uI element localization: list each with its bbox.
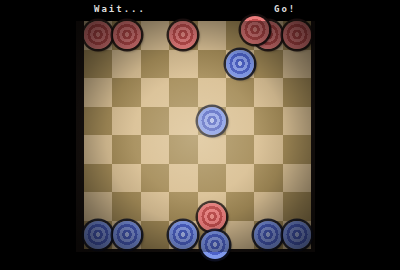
- board-square[interactable]: [254, 192, 282, 221]
- board-square[interactable]: [84, 135, 112, 164]
- board-square[interactable]: [84, 164, 112, 193]
- board-square[interactable]: [112, 164, 140, 193]
- board-square[interactable]: [198, 78, 226, 107]
- status-go-text: Go!: [274, 4, 296, 14]
- board-square[interactable]: [141, 50, 169, 79]
- board-square[interactable]: [169, 107, 197, 136]
- blue-piece[interactable]: [201, 231, 229, 259]
- board-square[interactable]: [226, 135, 254, 164]
- board-square[interactable]: [254, 50, 282, 79]
- board-square[interactable]: [226, 164, 254, 193]
- board-square[interactable]: [198, 21, 226, 50]
- blue-piece[interactable]: [254, 221, 282, 249]
- board-square[interactable]: [254, 78, 282, 107]
- board-square[interactable]: [141, 107, 169, 136]
- game-stage: Wait... Go!: [0, 0, 400, 270]
- status-wait-text: Wait...: [94, 4, 146, 14]
- board-square[interactable]: [169, 164, 197, 193]
- board-square[interactable]: [141, 78, 169, 107]
- board-square[interactable]: [198, 135, 226, 164]
- board-square[interactable]: [141, 21, 169, 50]
- blue-piece[interactable]: [226, 50, 254, 78]
- blue-piece[interactable]: [169, 221, 197, 249]
- board-square[interactable]: [112, 78, 140, 107]
- board-square[interactable]: [84, 50, 112, 79]
- red-piece[interactable]: [113, 21, 141, 49]
- board-square[interactable]: [169, 78, 197, 107]
- board-square[interactable]: [112, 50, 140, 79]
- board-square[interactable]: [169, 50, 197, 79]
- red-piece[interactable]: [241, 16, 269, 44]
- board-square[interactable]: [169, 192, 197, 221]
- blue-piece[interactable]: [84, 221, 112, 249]
- board-square[interactable]: [226, 221, 254, 250]
- board-square[interactable]: [283, 107, 311, 136]
- blue-piece[interactable]: [283, 221, 311, 249]
- board-square[interactable]: [141, 135, 169, 164]
- board-square[interactable]: [283, 192, 311, 221]
- board-square[interactable]: [141, 164, 169, 193]
- board-square[interactable]: [226, 78, 254, 107]
- board-square[interactable]: [254, 164, 282, 193]
- board-square[interactable]: [283, 135, 311, 164]
- board-square[interactable]: [283, 164, 311, 193]
- board-square[interactable]: [283, 78, 311, 107]
- red-piece[interactable]: [283, 21, 311, 49]
- board-square[interactable]: [112, 107, 140, 136]
- board-square[interactable]: [283, 50, 311, 79]
- board-square[interactable]: [169, 135, 197, 164]
- board-square[interactable]: [226, 192, 254, 221]
- board-square[interactable]: [112, 135, 140, 164]
- board-square[interactable]: [141, 192, 169, 221]
- board-square[interactable]: [141, 221, 169, 250]
- board-square[interactable]: [254, 107, 282, 136]
- board-square[interactable]: [84, 192, 112, 221]
- red-piece[interactable]: [198, 203, 226, 231]
- board-square[interactable]: [112, 192, 140, 221]
- board-square[interactable]: [84, 107, 112, 136]
- board-square[interactable]: [198, 164, 226, 193]
- board-square[interactable]: [254, 135, 282, 164]
- board-square[interactable]: [226, 107, 254, 136]
- board-square[interactable]: [84, 78, 112, 107]
- board-square[interactable]: [198, 50, 226, 79]
- blue-piece[interactable]: [113, 221, 141, 249]
- blue-piece[interactable]: [198, 107, 226, 135]
